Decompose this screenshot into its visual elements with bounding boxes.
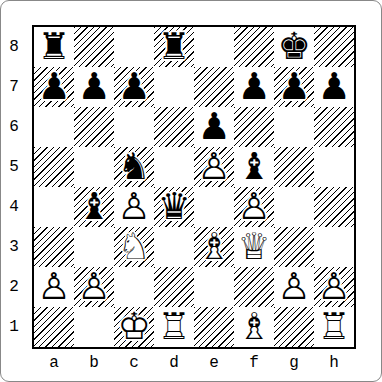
- black-rook-a8: ♜: [34, 27, 74, 67]
- file-label-a: a: [34, 349, 74, 377]
- file-label-b: b: [74, 349, 114, 377]
- white-pawn-a2: ♙: [34, 267, 74, 307]
- piece-halo: ♟: [234, 187, 274, 227]
- square-f2[interactable]: [234, 267, 274, 307]
- white-rook-d1: ♖: [154, 307, 194, 347]
- piece-halo: ♞: [114, 227, 154, 267]
- square-f5[interactable]: ♝♝: [234, 147, 274, 187]
- piece-halo: ♚: [274, 27, 314, 67]
- square-a2[interactable]: ♟♙: [34, 267, 74, 307]
- rank-label-8: 8: [1, 27, 27, 67]
- square-b3[interactable]: [74, 227, 114, 267]
- square-a6[interactable]: [34, 107, 74, 147]
- white-bishop-f1: ♗: [234, 307, 274, 347]
- square-e3[interactable]: ♝♗: [194, 227, 234, 267]
- square-e4[interactable]: [194, 187, 234, 227]
- square-g2[interactable]: ♟♙: [274, 267, 314, 307]
- black-knight-c5: ♞: [114, 147, 154, 187]
- square-a8[interactable]: ♜♜: [34, 27, 74, 67]
- square-g1[interactable]: [274, 307, 314, 347]
- piece-halo: ♟: [194, 107, 234, 147]
- square-g4[interactable]: [274, 187, 314, 227]
- piece-halo: ♝: [194, 227, 234, 267]
- white-pawn-b2: ♙: [74, 267, 114, 307]
- square-g7[interactable]: ♟♟: [274, 67, 314, 107]
- white-king-c1: ♔: [114, 307, 154, 347]
- square-a1[interactable]: [34, 307, 74, 347]
- black-pawn-a7: ♟: [34, 67, 74, 107]
- square-d2[interactable]: [154, 267, 194, 307]
- piece-halo: ♟: [34, 267, 74, 307]
- square-h8[interactable]: [314, 27, 354, 67]
- square-g8[interactable]: ♚♚: [274, 27, 314, 67]
- square-h4[interactable]: [314, 187, 354, 227]
- square-d4[interactable]: ♛♛: [154, 187, 194, 227]
- rank-label-5: 5: [1, 147, 27, 187]
- square-f6[interactable]: [234, 107, 274, 147]
- piece-halo: ♟: [114, 187, 154, 227]
- piece-halo: ♜: [314, 307, 354, 347]
- rank-labels: 87654321: [1, 25, 32, 347]
- square-e7[interactable]: [194, 67, 234, 107]
- chess-board: ♜♜♜♜♚♚♟♟♟♟♟♟♟♟♟♟♟♟♟♟♞♞♟♙♝♝♝♝♟♙♛♛♟♙♞♘♝♗♛♕…: [32, 25, 356, 349]
- piece-halo: ♛: [154, 187, 194, 227]
- black-queen-d4: ♛: [154, 187, 194, 227]
- square-e5[interactable]: ♟♙: [194, 147, 234, 187]
- square-c2[interactable]: [114, 267, 154, 307]
- black-pawn-e6: ♟: [194, 107, 234, 147]
- file-labels: abcdefgh: [34, 349, 354, 377]
- piece-halo: ♟: [314, 267, 354, 307]
- square-c5[interactable]: ♞♞: [114, 147, 154, 187]
- piece-halo: ♟: [194, 147, 234, 187]
- piece-halo: ♟: [34, 67, 74, 107]
- file-label-d: d: [154, 349, 194, 377]
- file-label-c: c: [114, 349, 154, 377]
- white-pawn-e5: ♙: [194, 147, 234, 187]
- square-c1[interactable]: ♚♔: [114, 307, 154, 347]
- square-g6[interactable]: [274, 107, 314, 147]
- rank-label-6: 6: [1, 107, 27, 147]
- square-c6[interactable]: [114, 107, 154, 147]
- square-f8[interactable]: [234, 27, 274, 67]
- square-b5[interactable]: [74, 147, 114, 187]
- square-f7[interactable]: ♟♟: [234, 67, 274, 107]
- square-b4[interactable]: ♝♝: [74, 187, 114, 227]
- piece-halo: ♟: [314, 67, 354, 107]
- black-pawn-g7: ♟: [274, 67, 314, 107]
- square-d6[interactable]: [154, 107, 194, 147]
- square-e6[interactable]: ♟♟: [194, 107, 234, 147]
- file-label-e: e: [194, 349, 234, 377]
- white-pawn-h2: ♙: [314, 267, 354, 307]
- square-g3[interactable]: [274, 227, 314, 267]
- piece-halo: ♟: [114, 67, 154, 107]
- square-e1[interactable]: [194, 307, 234, 347]
- square-c8[interactable]: [114, 27, 154, 67]
- square-d7[interactable]: [154, 67, 194, 107]
- white-pawn-g2: ♙: [274, 267, 314, 307]
- square-a7[interactable]: ♟♟: [34, 67, 74, 107]
- piece-halo: ♟: [234, 67, 274, 107]
- piece-halo: ♜: [34, 27, 74, 67]
- white-knight-c3: ♘: [114, 227, 154, 267]
- piece-halo: ♜: [154, 27, 194, 67]
- square-c7[interactable]: ♟♟: [114, 67, 154, 107]
- piece-halo: ♝: [74, 187, 114, 227]
- rank-label-4: 4: [1, 187, 27, 227]
- file-label-g: g: [274, 349, 314, 377]
- square-f1[interactable]: ♝♗: [234, 307, 274, 347]
- rank-label-7: 7: [1, 67, 27, 107]
- square-b8[interactable]: [74, 27, 114, 67]
- rank-label-2: 2: [1, 267, 27, 307]
- piece-halo: ♟: [274, 267, 314, 307]
- white-pawn-f4: ♙: [234, 187, 274, 227]
- white-pawn-c4: ♙: [114, 187, 154, 227]
- white-bishop-e3: ♗: [194, 227, 234, 267]
- square-d3[interactable]: [154, 227, 194, 267]
- square-b1[interactable]: [74, 307, 114, 347]
- square-h6[interactable]: [314, 107, 354, 147]
- square-a4[interactable]: [34, 187, 74, 227]
- file-label-f: f: [234, 349, 274, 377]
- file-label-h: h: [314, 349, 354, 377]
- rank-label-3: 3: [1, 227, 27, 267]
- square-a3[interactable]: [34, 227, 74, 267]
- square-h1[interactable]: ♜♖: [314, 307, 354, 347]
- piece-halo: ♟: [274, 67, 314, 107]
- piece-halo: ♜: [154, 307, 194, 347]
- black-bishop-f5: ♝: [234, 147, 274, 187]
- black-king-g8: ♚: [274, 27, 314, 67]
- black-pawn-b7: ♟: [74, 67, 114, 107]
- square-f3[interactable]: ♛♕: [234, 227, 274, 267]
- piece-halo: ♛: [234, 227, 274, 267]
- square-h3[interactable]: [314, 227, 354, 267]
- square-c3[interactable]: ♞♘: [114, 227, 154, 267]
- chess-diagram: 87654321 ♜♜♜♜♚♚♟♟♟♟♟♟♟♟♟♟♟♟♟♟♞♞♟♙♝♝♝♝♟♙♛…: [0, 0, 382, 382]
- square-e2[interactable]: [194, 267, 234, 307]
- square-c4[interactable]: ♟♙: [114, 187, 154, 227]
- square-h2[interactable]: ♟♙: [314, 267, 354, 307]
- square-d5[interactable]: [154, 147, 194, 187]
- black-bishop-b4: ♝: [74, 187, 114, 227]
- black-pawn-h7: ♟: [314, 67, 354, 107]
- white-queen-f3: ♕: [234, 227, 274, 267]
- white-rook-h1: ♖: [314, 307, 354, 347]
- piece-halo: ♟: [74, 267, 114, 307]
- black-rook-d8: ♜: [154, 27, 194, 67]
- square-g5[interactable]: [274, 147, 314, 187]
- piece-halo: ♟: [74, 67, 114, 107]
- piece-halo: ♝: [234, 147, 274, 187]
- square-f4[interactable]: ♟♙: [234, 187, 274, 227]
- black-pawn-c7: ♟: [114, 67, 154, 107]
- square-e8[interactable]: [194, 27, 234, 67]
- square-b2[interactable]: ♟♙: [74, 267, 114, 307]
- piece-halo: ♞: [114, 147, 154, 187]
- piece-halo: ♝: [234, 307, 274, 347]
- square-a5[interactable]: [34, 147, 74, 187]
- rank-label-1: 1: [1, 307, 27, 347]
- black-pawn-f7: ♟: [234, 67, 274, 107]
- square-h7[interactable]: ♟♟: [314, 67, 354, 107]
- square-b7[interactable]: ♟♟: [74, 67, 114, 107]
- piece-halo: ♚: [114, 307, 154, 347]
- square-d1[interactable]: ♜♖: [154, 307, 194, 347]
- square-d8[interactable]: ♜♜: [154, 27, 194, 67]
- square-b6[interactable]: [74, 107, 114, 147]
- square-h5[interactable]: [314, 147, 354, 187]
